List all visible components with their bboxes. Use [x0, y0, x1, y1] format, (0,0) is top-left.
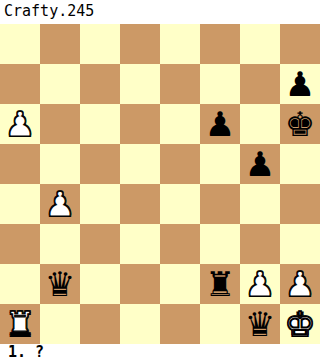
square-g4[interactable] [240, 184, 280, 224]
square-e5[interactable] [160, 144, 200, 184]
square-b5[interactable] [40, 144, 80, 184]
square-a4[interactable] [0, 184, 40, 224]
move-prompt: 1. ? [0, 344, 320, 360]
piece-white-pawn[interactable]: ♟ [240, 264, 280, 304]
square-g5[interactable]: ♟ [240, 144, 280, 184]
piece-black-pawn[interactable]: ♟ [200, 104, 240, 144]
square-h5[interactable] [280, 144, 320, 184]
square-g7[interactable] [240, 64, 280, 104]
square-c1[interactable] [80, 304, 120, 344]
chess-board: ♟♟♟♚♟♟♛♜♟♟♜♛♚ [0, 24, 320, 344]
square-e2[interactable] [160, 264, 200, 304]
square-f3[interactable] [200, 224, 240, 264]
square-c4[interactable] [80, 184, 120, 224]
square-b3[interactable] [40, 224, 80, 264]
square-f8[interactable] [200, 24, 240, 64]
piece-white-pawn[interactable]: ♟ [280, 264, 320, 304]
square-c5[interactable] [80, 144, 120, 184]
square-b8[interactable] [40, 24, 80, 64]
square-g3[interactable] [240, 224, 280, 264]
square-g2[interactable]: ♟ [240, 264, 280, 304]
square-b1[interactable] [40, 304, 80, 344]
square-h3[interactable] [280, 224, 320, 264]
piece-white-pawn[interactable]: ♟ [40, 184, 80, 224]
square-g6[interactable] [240, 104, 280, 144]
square-d1[interactable] [120, 304, 160, 344]
square-f4[interactable] [200, 184, 240, 224]
square-f2[interactable]: ♜ [200, 264, 240, 304]
square-b4[interactable]: ♟ [40, 184, 80, 224]
square-f7[interactable] [200, 64, 240, 104]
square-b2[interactable]: ♛ [40, 264, 80, 304]
square-c8[interactable] [80, 24, 120, 64]
square-f5[interactable] [200, 144, 240, 184]
piece-black-pawn[interactable]: ♟ [240, 144, 280, 184]
piece-black-rook[interactable]: ♜ [200, 264, 240, 304]
square-e6[interactable] [160, 104, 200, 144]
square-h4[interactable] [280, 184, 320, 224]
square-f6[interactable]: ♟ [200, 104, 240, 144]
square-c6[interactable] [80, 104, 120, 144]
square-d3[interactable] [120, 224, 160, 264]
piece-black-queen[interactable]: ♛ [40, 264, 80, 304]
square-e4[interactable] [160, 184, 200, 224]
window-title: Crafty.245 [0, 0, 320, 24]
square-d2[interactable] [120, 264, 160, 304]
square-g8[interactable] [240, 24, 280, 64]
square-d8[interactable] [120, 24, 160, 64]
piece-white-rook[interactable]: ♜ [0, 304, 40, 344]
square-h8[interactable] [280, 24, 320, 64]
square-d4[interactable] [120, 184, 160, 224]
piece-black-queen[interactable]: ♛ [240, 304, 280, 344]
square-a3[interactable] [0, 224, 40, 264]
square-a2[interactable] [0, 264, 40, 304]
square-b7[interactable] [40, 64, 80, 104]
square-a8[interactable] [0, 24, 40, 64]
square-h2[interactable]: ♟ [280, 264, 320, 304]
square-b6[interactable] [40, 104, 80, 144]
square-e3[interactable] [160, 224, 200, 264]
square-a1[interactable]: ♜ [0, 304, 40, 344]
square-h7[interactable]: ♟ [280, 64, 320, 104]
square-e7[interactable] [160, 64, 200, 104]
square-a5[interactable] [0, 144, 40, 184]
piece-black-pawn[interactable]: ♟ [280, 64, 320, 104]
square-h1[interactable]: ♚ [280, 304, 320, 344]
piece-black-king[interactable]: ♚ [280, 104, 320, 144]
square-d7[interactable] [120, 64, 160, 104]
square-e8[interactable] [160, 24, 200, 64]
square-h6[interactable]: ♚ [280, 104, 320, 144]
square-a6[interactable]: ♟ [0, 104, 40, 144]
square-d6[interactable] [120, 104, 160, 144]
square-e1[interactable] [160, 304, 200, 344]
square-c2[interactable] [80, 264, 120, 304]
piece-white-king[interactable]: ♚ [280, 304, 320, 344]
square-d5[interactable] [120, 144, 160, 184]
square-a7[interactable] [0, 64, 40, 104]
square-c7[interactable] [80, 64, 120, 104]
square-g1[interactable]: ♛ [240, 304, 280, 344]
piece-white-pawn[interactable]: ♟ [0, 104, 40, 144]
square-f1[interactable] [200, 304, 240, 344]
square-c3[interactable] [80, 224, 120, 264]
xboard-window: Crafty.245 ♟♟♟♚♟♟♛♜♟♟♜♛♚ 1. ? [0, 0, 320, 360]
